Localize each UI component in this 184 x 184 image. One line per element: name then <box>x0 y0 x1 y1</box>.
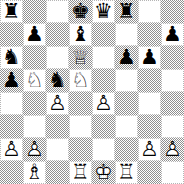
white-queen-fill: ♛ <box>69 46 92 69</box>
square-h3[interactable] <box>161 115 184 138</box>
white-knight-icon: ♘ <box>23 69 46 92</box>
square-c7[interactable] <box>46 23 69 46</box>
square-f1[interactable]: ♜♖ <box>115 161 138 184</box>
square-d3[interactable] <box>69 115 92 138</box>
square-b4[interactable] <box>23 92 46 115</box>
square-h4[interactable] <box>161 92 184 115</box>
black-pawn-icon: ♟ <box>0 69 23 92</box>
square-b8[interactable] <box>23 0 46 23</box>
square-f4[interactable] <box>115 92 138 115</box>
square-f2[interactable] <box>115 138 138 161</box>
white-knight-icon: ♘ <box>69 69 92 92</box>
square-a5[interactable]: ♟ <box>0 69 23 92</box>
white-king-fill: ♚ <box>92 161 115 184</box>
white-rook-fill: ♜ <box>115 161 138 184</box>
square-f3[interactable] <box>115 115 138 138</box>
square-e4[interactable]: ♟♙ <box>92 92 115 115</box>
black-rook-icon: ♜ <box>0 0 23 23</box>
square-b5[interactable]: ♞♘ <box>23 69 46 92</box>
white-rook-icon: ♖ <box>69 161 92 184</box>
square-a7[interactable] <box>0 23 23 46</box>
square-f5[interactable] <box>115 69 138 92</box>
square-c2[interactable] <box>46 138 69 161</box>
square-d1[interactable]: ♜♖ <box>69 161 92 184</box>
white-knight-fill: ♞ <box>69 69 92 92</box>
black-pawn-icon: ♟ <box>161 23 184 46</box>
white-pawn-fill: ♟ <box>46 92 69 115</box>
square-b6[interactable] <box>23 46 46 69</box>
white-pawn-fill: ♟ <box>23 138 46 161</box>
square-c4[interactable]: ♟♙ <box>46 92 69 115</box>
square-g7[interactable] <box>138 23 161 46</box>
square-f7[interactable] <box>115 23 138 46</box>
square-a4[interactable] <box>0 92 23 115</box>
white-pawn-icon: ♙ <box>138 138 161 161</box>
square-e7[interactable] <box>92 23 115 46</box>
square-h8[interactable] <box>161 0 184 23</box>
white-pawn-icon: ♙ <box>0 138 23 161</box>
square-a6[interactable]: ♞ <box>0 46 23 69</box>
square-b7[interactable]: ♟ <box>23 23 46 46</box>
square-g4[interactable] <box>138 92 161 115</box>
white-pawn-fill: ♟ <box>92 92 115 115</box>
white-rook-icon: ♖ <box>115 161 138 184</box>
white-rook-fill: ♜ <box>69 161 92 184</box>
square-b3[interactable] <box>23 115 46 138</box>
square-g3[interactable] <box>138 115 161 138</box>
square-c3[interactable] <box>46 115 69 138</box>
square-h7[interactable]: ♟ <box>161 23 184 46</box>
white-pawn-icon: ♙ <box>161 138 184 161</box>
square-e8[interactable]: ♛ <box>92 0 115 23</box>
square-g5[interactable] <box>138 69 161 92</box>
square-d6[interactable]: ♛♕ <box>69 46 92 69</box>
white-pawn-fill: ♟ <box>138 138 161 161</box>
square-g6[interactable]: ♟ <box>138 46 161 69</box>
white-pawn-fill: ♟ <box>161 138 184 161</box>
square-c8[interactable] <box>46 0 69 23</box>
white-bishop-fill: ♝ <box>23 161 46 184</box>
square-h2[interactable]: ♟♙ <box>161 138 184 161</box>
square-c5[interactable]: ♞ <box>46 69 69 92</box>
square-h6[interactable] <box>161 46 184 69</box>
square-d4[interactable] <box>69 92 92 115</box>
black-rook-icon: ♜ <box>115 0 138 23</box>
square-d5[interactable]: ♞♘ <box>69 69 92 92</box>
square-g8[interactable] <box>138 0 161 23</box>
square-d8[interactable]: ♚ <box>69 0 92 23</box>
square-e5[interactable] <box>92 69 115 92</box>
white-king-icon: ♔ <box>92 161 115 184</box>
white-queen-icon: ♕ <box>69 46 92 69</box>
black-bishop-icon: ♝ <box>69 23 92 46</box>
square-e6[interactable] <box>92 46 115 69</box>
square-a2[interactable]: ♟♙ <box>0 138 23 161</box>
square-a3[interactable] <box>0 115 23 138</box>
black-pawn-icon: ♟ <box>23 23 46 46</box>
square-c6[interactable] <box>46 46 69 69</box>
square-f6[interactable]: ♟ <box>115 46 138 69</box>
square-g2[interactable]: ♟♙ <box>138 138 161 161</box>
square-g1[interactable] <box>138 161 161 184</box>
square-b1[interactable]: ♝♗ <box>23 161 46 184</box>
square-f8[interactable]: ♜ <box>115 0 138 23</box>
square-a8[interactable]: ♜ <box>0 0 23 23</box>
black-knight-icon: ♞ <box>0 46 23 69</box>
square-e1[interactable]: ♚♔ <box>92 161 115 184</box>
white-pawn-icon: ♙ <box>23 138 46 161</box>
square-h5[interactable] <box>161 69 184 92</box>
white-pawn-icon: ♙ <box>46 92 69 115</box>
white-knight-fill: ♞ <box>23 69 46 92</box>
chess-board: ♜♚♛♜♟♝♟♞♛♕♟♟♟♞♘♞♞♘♟♙♟♙♟♙♟♙♟♙♟♙♝♗♜♖♚♔♜♖ <box>0 0 184 184</box>
white-bishop-icon: ♗ <box>23 161 46 184</box>
black-knight-icon: ♞ <box>46 69 69 92</box>
black-queen-icon: ♛ <box>92 0 115 23</box>
square-c1[interactable] <box>46 161 69 184</box>
black-pawn-icon: ♟ <box>138 46 161 69</box>
square-a1[interactable] <box>0 161 23 184</box>
square-e3[interactable] <box>92 115 115 138</box>
square-b2[interactable]: ♟♙ <box>23 138 46 161</box>
black-king-icon: ♚ <box>69 0 92 23</box>
white-pawn-fill: ♟ <box>0 138 23 161</box>
square-d2[interactable] <box>69 138 92 161</box>
black-pawn-icon: ♟ <box>115 46 138 69</box>
white-pawn-icon: ♙ <box>92 92 115 115</box>
square-d7[interactable]: ♝ <box>69 23 92 46</box>
square-e2[interactable] <box>92 138 115 161</box>
square-h1[interactable] <box>161 161 184 184</box>
